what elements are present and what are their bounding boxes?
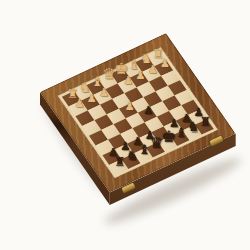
white-rook: ♜ [147, 48, 169, 60]
product-photo: ♜♞♝♛♚♝♞♜♟♟♟♟♟♟♟♟♟♟♟♟♟♟♟♟♜♞♝♛♚♝♞♜ [0, 0, 250, 250]
